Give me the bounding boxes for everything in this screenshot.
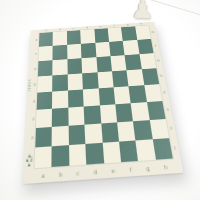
board-square[interactable] — [149, 119, 169, 139]
board-square[interactable] — [53, 31, 67, 46]
board-square[interactable] — [36, 109, 52, 128]
board-square[interactable] — [95, 42, 110, 57]
coordinate-label: b — [52, 167, 70, 182]
board-square[interactable] — [68, 125, 85, 145]
board-square[interactable] — [85, 143, 103, 165]
coordinate-label: d — [86, 164, 104, 179]
board-square[interactable] — [85, 124, 103, 144]
board-grid — [35, 25, 173, 168]
board-square[interactable] — [98, 87, 115, 105]
board-square[interactable] — [38, 46, 53, 61]
white-pawn-piece[interactable]: ♟ — [130, 0, 154, 24]
board-square[interactable] — [101, 122, 119, 142]
board-square[interactable] — [82, 72, 98, 89]
board-square[interactable] — [139, 53, 156, 69]
chess-pieces-logo-icon: ♟♞♝♟ — [23, 154, 35, 168]
board-square[interactable] — [97, 71, 113, 88]
board-square[interactable] — [67, 44, 82, 59]
board-square[interactable] — [38, 60, 53, 76]
board-square[interactable] — [69, 144, 87, 166]
board-square[interactable] — [135, 25, 151, 39]
board-square[interactable] — [53, 59, 68, 75]
board-square[interactable] — [144, 84, 162, 102]
board-square[interactable] — [68, 89, 84, 107]
coordinate-label: a — [34, 168, 52, 183]
board-square[interactable] — [52, 126, 69, 147]
board-square[interactable] — [52, 108, 68, 127]
board-square[interactable] — [96, 56, 112, 72]
board-square[interactable] — [81, 43, 96, 58]
board-square[interactable] — [68, 107, 85, 126]
board-square[interactable] — [152, 138, 172, 160]
board-square[interactable] — [99, 104, 117, 123]
board-square[interactable] — [147, 101, 166, 120]
chess-board: abcdefgh abcdefgh 87654321 87654321 CHES… — [22, 22, 183, 184]
coordinate-label: f — [121, 162, 140, 177]
board-square[interactable] — [53, 45, 67, 60]
coordinate-label: c — [69, 166, 87, 181]
board-square[interactable] — [83, 88, 99, 106]
board-square[interactable] — [67, 30, 81, 45]
board-square[interactable] — [141, 68, 159, 85]
brand-text: CHESS — [26, 61, 33, 113]
board-square[interactable] — [94, 28, 109, 43]
board-square[interactable] — [52, 91, 68, 109]
board-square[interactable] — [53, 74, 68, 91]
board-square[interactable] — [102, 142, 121, 164]
board-square[interactable] — [35, 127, 52, 148]
board-square[interactable] — [84, 105, 101, 124]
board-square[interactable] — [35, 146, 52, 168]
coordinate-label: h — [156, 160, 176, 175]
board-square[interactable] — [37, 75, 52, 92]
board-square[interactable] — [67, 58, 82, 74]
board-square[interactable] — [52, 145, 69, 167]
coordinate-label: e — [104, 163, 123, 178]
board-square[interactable] — [82, 57, 97, 73]
coordinate-label: g — [138, 161, 157, 176]
board-square[interactable] — [37, 92, 53, 110]
photo-scene: abcdefgh abcdefgh 87654321 87654321 CHES… — [0, 0, 200, 200]
board-square[interactable] — [39, 32, 53, 47]
board-square[interactable] — [137, 39, 154, 54]
board-square[interactable] — [80, 29, 95, 44]
board-square[interactable] — [67, 73, 83, 90]
